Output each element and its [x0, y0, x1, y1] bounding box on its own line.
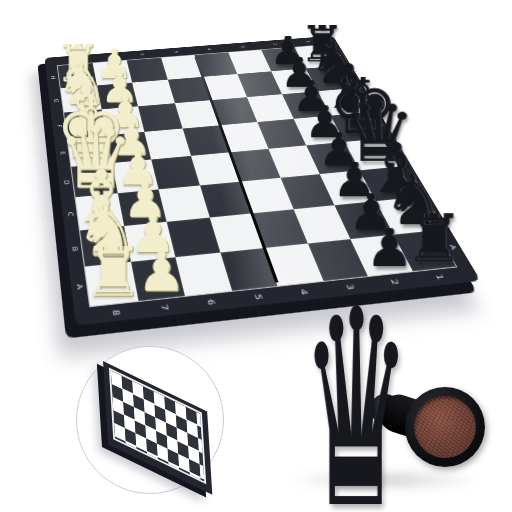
piece-black-queen-closeup: ♛ [302, 274, 397, 512]
felt-pad [414, 396, 476, 458]
inset-folded-board [76, 346, 224, 494]
lying-piece-base [405, 387, 485, 467]
piece-white-rook: ♜ [83, 245, 145, 299]
mini-board-surface [109, 368, 206, 485]
product-photo: HGFEDCBA HGFEDCBA 87654321 87654321 ♜♟♟♜… [0, 0, 512, 512]
main-chessboard: HGFEDCBA HGFEDCBA 87654321 87654321 ♜♟♟♜… [45, 36, 481, 326]
pieces-closeup: ♛ [268, 290, 496, 500]
mini-folded-board [103, 361, 212, 495]
coordinate-label: 3 [233, 34, 253, 59]
